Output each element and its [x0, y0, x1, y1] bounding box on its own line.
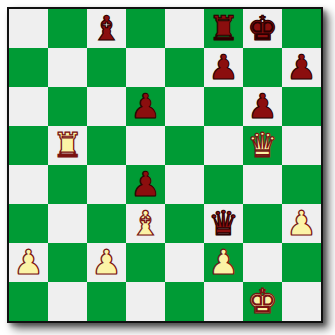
- square-f5[interactable]: [204, 126, 243, 165]
- square-c1[interactable]: [87, 282, 126, 321]
- square-a5[interactable]: [9, 126, 48, 165]
- piece-white-bishop[interactable]: ♝: [130, 204, 160, 243]
- piece-white-rook[interactable]: ♜: [52, 126, 82, 165]
- square-a7[interactable]: [9, 48, 48, 87]
- square-a2[interactable]: ♟: [9, 243, 48, 282]
- square-c5[interactable]: [87, 126, 126, 165]
- square-f4[interactable]: [204, 165, 243, 204]
- square-f3[interactable]: ♛: [204, 204, 243, 243]
- square-d1[interactable]: [126, 282, 165, 321]
- square-b7[interactable]: [48, 48, 87, 87]
- piece-black-pawn[interactable]: ♟: [247, 87, 277, 126]
- square-h7[interactable]: ♟: [282, 48, 321, 87]
- piece-white-pawn[interactable]: ♟: [208, 243, 238, 282]
- square-d5[interactable]: [126, 126, 165, 165]
- square-d6[interactable]: ♟: [126, 87, 165, 126]
- piece-white-queen[interactable]: ♛: [247, 126, 277, 165]
- square-f8[interactable]: ♜: [204, 9, 243, 48]
- square-a8[interactable]: [9, 9, 48, 48]
- piece-white-pawn[interactable]: ♟: [286, 204, 316, 243]
- square-b6[interactable]: [48, 87, 87, 126]
- square-a1[interactable]: [9, 282, 48, 321]
- square-h4[interactable]: [282, 165, 321, 204]
- piece-black-king[interactable]: ♚: [247, 9, 277, 48]
- square-d7[interactable]: [126, 48, 165, 87]
- square-e3[interactable]: [165, 204, 204, 243]
- piece-black-pawn[interactable]: ♟: [286, 48, 316, 87]
- square-d4[interactable]: ♟: [126, 165, 165, 204]
- square-b1[interactable]: [48, 282, 87, 321]
- square-f6[interactable]: [204, 87, 243, 126]
- piece-black-pawn[interactable]: ♟: [130, 165, 160, 204]
- square-b2[interactable]: [48, 243, 87, 282]
- square-f7[interactable]: ♟: [204, 48, 243, 87]
- square-g8[interactable]: ♚: [243, 9, 282, 48]
- square-d8[interactable]: [126, 9, 165, 48]
- square-h1[interactable]: [282, 282, 321, 321]
- piece-black-queen[interactable]: ♛: [208, 204, 238, 243]
- square-e1[interactable]: [165, 282, 204, 321]
- piece-white-king[interactable]: ♚: [247, 282, 277, 321]
- square-g7[interactable]: [243, 48, 282, 87]
- square-a3[interactable]: [9, 204, 48, 243]
- square-b4[interactable]: [48, 165, 87, 204]
- square-c8[interactable]: ♝: [87, 9, 126, 48]
- chess-app-canvas: ♝♜♚♟♟♟♟♜♛♟♝♛♟♟♟♟♚: [0, 0, 335, 335]
- square-f1[interactable]: [204, 282, 243, 321]
- square-h5[interactable]: [282, 126, 321, 165]
- piece-black-pawn[interactable]: ♟: [130, 87, 160, 126]
- square-g1[interactable]: ♚: [243, 282, 282, 321]
- piece-white-pawn[interactable]: ♟: [91, 243, 121, 282]
- piece-black-rook[interactable]: ♜: [208, 9, 238, 48]
- square-a6[interactable]: [9, 87, 48, 126]
- square-a4[interactable]: [9, 165, 48, 204]
- square-b3[interactable]: [48, 204, 87, 243]
- square-e7[interactable]: [165, 48, 204, 87]
- square-g5[interactable]: ♛: [243, 126, 282, 165]
- square-c3[interactable]: [87, 204, 126, 243]
- piece-black-bishop[interactable]: ♝: [91, 9, 121, 48]
- square-h2[interactable]: [282, 243, 321, 282]
- chess-board: ♝♜♚♟♟♟♟♜♛♟♝♛♟♟♟♟♚: [9, 9, 321, 321]
- square-e4[interactable]: [165, 165, 204, 204]
- square-c7[interactable]: [87, 48, 126, 87]
- square-b5[interactable]: ♜: [48, 126, 87, 165]
- square-e6[interactable]: [165, 87, 204, 126]
- square-b8[interactable]: [48, 9, 87, 48]
- square-h3[interactable]: ♟: [282, 204, 321, 243]
- square-g2[interactable]: [243, 243, 282, 282]
- square-f2[interactable]: ♟: [204, 243, 243, 282]
- square-e5[interactable]: [165, 126, 204, 165]
- square-c2[interactable]: ♟: [87, 243, 126, 282]
- piece-black-pawn[interactable]: ♟: [208, 48, 238, 87]
- square-c4[interactable]: [87, 165, 126, 204]
- square-c6[interactable]: [87, 87, 126, 126]
- square-h6[interactable]: [282, 87, 321, 126]
- square-g4[interactable]: [243, 165, 282, 204]
- square-e8[interactable]: [165, 9, 204, 48]
- square-e2[interactable]: [165, 243, 204, 282]
- square-d2[interactable]: [126, 243, 165, 282]
- square-d3[interactable]: ♝: [126, 204, 165, 243]
- chess-board-frame: ♝♜♚♟♟♟♟♜♛♟♝♛♟♟♟♟♚: [7, 7, 323, 323]
- piece-white-pawn[interactable]: ♟: [13, 243, 43, 282]
- square-g3[interactable]: [243, 204, 282, 243]
- square-h8[interactable]: [282, 9, 321, 48]
- square-g6[interactable]: ♟: [243, 87, 282, 126]
